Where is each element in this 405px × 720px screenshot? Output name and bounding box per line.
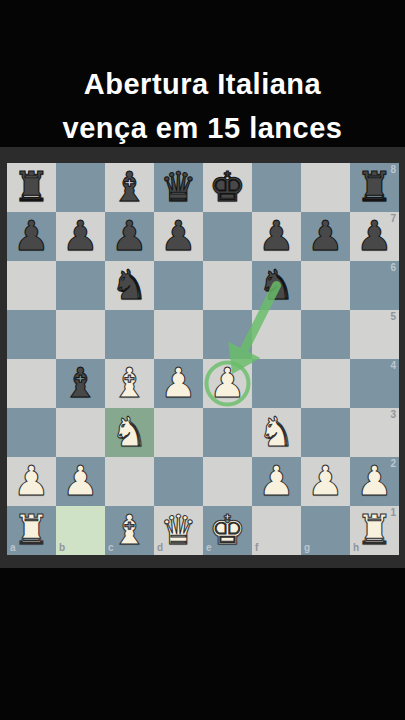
square-a4[interactable] <box>7 359 56 408</box>
title-line-1: Abertura Italiana <box>0 68 405 101</box>
square-f6[interactable]: ♞ <box>252 261 301 310</box>
square-c3[interactable]: ♞ <box>105 408 154 457</box>
square-b8[interactable] <box>56 163 105 212</box>
square-b4[interactable]: ♝ <box>56 359 105 408</box>
square-g4[interactable] <box>301 359 350 408</box>
square-b1[interactable]: b <box>56 506 105 555</box>
square-f4[interactable] <box>252 359 301 408</box>
piece-white-bishop[interactable]: ♝ <box>105 359 154 408</box>
square-e1[interactable]: ♚e <box>203 506 252 555</box>
square-e6[interactable] <box>203 261 252 310</box>
square-h7[interactable]: ♟7 <box>350 212 399 261</box>
piece-white-knight[interactable]: ♞ <box>252 408 301 457</box>
square-e2[interactable] <box>203 457 252 506</box>
piece-black-pawn[interactable]: ♟ <box>301 212 350 261</box>
piece-black-rook[interactable]: ♜ <box>7 163 56 212</box>
file-label-b: b <box>59 543 65 553</box>
piece-black-pawn[interactable]: ♟ <box>56 212 105 261</box>
square-f7[interactable]: ♟ <box>252 212 301 261</box>
file-label-e: e <box>206 543 212 553</box>
piece-black-pawn[interactable]: ♟ <box>7 212 56 261</box>
square-h5[interactable]: 5 <box>350 310 399 359</box>
square-c1[interactable]: ♝c <box>105 506 154 555</box>
title-line-2: vença em 15 lances <box>0 112 405 145</box>
piece-black-queen[interactable]: ♛ <box>154 163 203 212</box>
piece-white-knight[interactable]: ♞ <box>105 408 154 457</box>
square-h2[interactable]: ♟2 <box>350 457 399 506</box>
square-f3[interactable]: ♞ <box>252 408 301 457</box>
piece-black-pawn[interactable]: ♟ <box>105 212 154 261</box>
file-label-g: g <box>304 543 310 553</box>
chess-board: ♜♝♛♚♜8♟♟♟♟♟♟♟7♞♞65♝♝♟♟4♞♞3♟♟♟♟♟2♜ab♝c♛d♚… <box>7 163 399 555</box>
rank-label-2: 2 <box>390 459 396 469</box>
square-d5[interactable] <box>154 310 203 359</box>
square-e7[interactable] <box>203 212 252 261</box>
rank-label-1: 1 <box>390 508 396 518</box>
square-a6[interactable] <box>7 261 56 310</box>
square-c7[interactable]: ♟ <box>105 212 154 261</box>
rank-label-8: 8 <box>390 165 396 175</box>
square-g6[interactable] <box>301 261 350 310</box>
square-a2[interactable]: ♟ <box>7 457 56 506</box>
square-a7[interactable]: ♟ <box>7 212 56 261</box>
square-b2[interactable]: ♟ <box>56 457 105 506</box>
piece-white-pawn[interactable]: ♟ <box>203 359 252 408</box>
file-label-d: d <box>157 543 163 553</box>
piece-black-bishop[interactable]: ♝ <box>105 163 154 212</box>
square-d2[interactable] <box>154 457 203 506</box>
rank-label-4: 4 <box>390 361 396 371</box>
piece-white-pawn[interactable]: ♟ <box>7 457 56 506</box>
square-b6[interactable] <box>56 261 105 310</box>
piece-white-pawn[interactable]: ♟ <box>301 457 350 506</box>
rank-label-3: 3 <box>390 410 396 420</box>
square-e5[interactable] <box>203 310 252 359</box>
file-label-a: a <box>10 543 16 553</box>
piece-white-pawn[interactable]: ♟ <box>56 457 105 506</box>
square-g5[interactable] <box>301 310 350 359</box>
square-h4[interactable]: 4 <box>350 359 399 408</box>
square-h3[interactable]: 3 <box>350 408 399 457</box>
square-c5[interactable] <box>105 310 154 359</box>
square-d3[interactable] <box>154 408 203 457</box>
square-d6[interactable] <box>154 261 203 310</box>
square-h8[interactable]: ♜8 <box>350 163 399 212</box>
rank-label-6: 6 <box>390 263 396 273</box>
square-b5[interactable] <box>56 310 105 359</box>
square-f1[interactable]: f <box>252 506 301 555</box>
square-c4[interactable]: ♝ <box>105 359 154 408</box>
square-g7[interactable]: ♟ <box>301 212 350 261</box>
square-d1[interactable]: ♛d <box>154 506 203 555</box>
square-d4[interactable]: ♟ <box>154 359 203 408</box>
file-label-c: c <box>108 543 114 553</box>
square-c6[interactable]: ♞ <box>105 261 154 310</box>
square-f8[interactable] <box>252 163 301 212</box>
square-e8[interactable]: ♚ <box>203 163 252 212</box>
piece-white-pawn[interactable]: ♟ <box>154 359 203 408</box>
square-c2[interactable] <box>105 457 154 506</box>
square-a5[interactable] <box>7 310 56 359</box>
square-g2[interactable]: ♟ <box>301 457 350 506</box>
square-b3[interactable] <box>56 408 105 457</box>
piece-black-knight[interactable]: ♞ <box>105 261 154 310</box>
rank-label-5: 5 <box>390 312 396 322</box>
piece-black-bishop[interactable]: ♝ <box>56 359 105 408</box>
square-f5[interactable] <box>252 310 301 359</box>
square-b7[interactable]: ♟ <box>56 212 105 261</box>
square-d7[interactable]: ♟ <box>154 212 203 261</box>
square-a8[interactable]: ♜ <box>7 163 56 212</box>
square-d8[interactable]: ♛ <box>154 163 203 212</box>
piece-white-pawn[interactable]: ♟ <box>252 457 301 506</box>
square-a3[interactable] <box>7 408 56 457</box>
piece-black-pawn[interactable]: ♟ <box>154 212 203 261</box>
square-e3[interactable] <box>203 408 252 457</box>
square-e4[interactable]: ♟ <box>203 359 252 408</box>
square-c8[interactable]: ♝ <box>105 163 154 212</box>
rank-label-7: 7 <box>390 214 396 224</box>
piece-black-pawn[interactable]: ♟ <box>252 212 301 261</box>
square-g1[interactable]: g <box>301 506 350 555</box>
square-f2[interactable]: ♟ <box>252 457 301 506</box>
file-label-h: h <box>353 543 359 553</box>
square-h1[interactable]: ♜1h <box>350 506 399 555</box>
square-g8[interactable] <box>301 163 350 212</box>
piece-black-king[interactable]: ♚ <box>203 163 252 212</box>
square-g3[interactable] <box>301 408 350 457</box>
square-a1[interactable]: ♜a <box>7 506 56 555</box>
file-label-f: f <box>255 543 258 553</box>
square-h6[interactable]: 6 <box>350 261 399 310</box>
piece-black-knight[interactable]: ♞ <box>252 261 301 310</box>
